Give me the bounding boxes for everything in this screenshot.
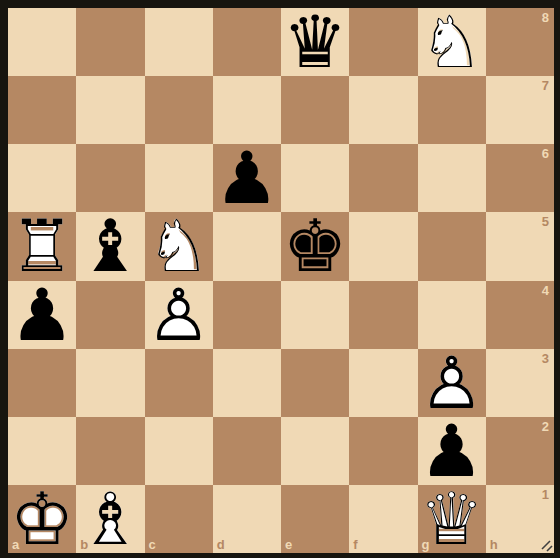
square-c1[interactable]: c xyxy=(145,485,213,553)
square-a2[interactable] xyxy=(8,417,76,485)
file-label-b: b xyxy=(80,537,88,552)
square-f3[interactable] xyxy=(349,349,417,417)
square-e7[interactable] xyxy=(281,76,349,144)
board-grid: ♛♞♘87♟6♜♖♝♞♘♚5♟♟♙4♟♙3♟2a♚♔b♝♗cdefg♛♕1h xyxy=(8,8,554,553)
square-g2[interactable]: ♟ xyxy=(418,417,486,485)
square-h4[interactable]: 4 xyxy=(486,281,554,349)
square-b1[interactable]: b♝♗ xyxy=(76,485,144,553)
file-label-f: f xyxy=(353,537,357,552)
rank-label-7: 7 xyxy=(542,78,549,93)
piece-black-pawn[interactable]: ♟ xyxy=(213,144,281,212)
square-d6[interactable]: ♟ xyxy=(213,144,281,212)
square-c7[interactable] xyxy=(145,76,213,144)
black-queen-glyph: ♛ xyxy=(281,8,349,76)
square-h7[interactable]: 7 xyxy=(486,76,554,144)
square-e4[interactable] xyxy=(281,281,349,349)
white-knight-glyph: ♘ xyxy=(418,8,486,76)
square-g8[interactable]: ♞♘ xyxy=(418,8,486,76)
rank-label-2: 2 xyxy=(542,419,549,434)
white-pawn-glyph: ♙ xyxy=(145,281,213,349)
square-e6[interactable] xyxy=(281,144,349,212)
square-f2[interactable] xyxy=(349,417,417,485)
piece-white-knight[interactable]: ♞♘ xyxy=(418,8,486,76)
file-label-d: d xyxy=(217,537,225,552)
square-f8[interactable] xyxy=(349,8,417,76)
piece-white-pawn[interactable]: ♟♙ xyxy=(145,281,213,349)
rank-label-5: 5 xyxy=(542,214,549,229)
square-a7[interactable] xyxy=(8,76,76,144)
square-g1[interactable]: g♛♕ xyxy=(418,485,486,553)
square-b6[interactable] xyxy=(76,144,144,212)
square-e5[interactable]: ♚ xyxy=(281,212,349,280)
black-pawn-glyph: ♟ xyxy=(418,417,486,485)
rank-label-1: 1 xyxy=(542,487,549,502)
square-d1[interactable]: d xyxy=(213,485,281,553)
square-e2[interactable] xyxy=(281,417,349,485)
square-d4[interactable] xyxy=(213,281,281,349)
square-a3[interactable] xyxy=(8,349,76,417)
square-c2[interactable] xyxy=(145,417,213,485)
black-pawn-glyph: ♟ xyxy=(213,144,281,212)
square-c3[interactable] xyxy=(145,349,213,417)
square-b8[interactable] xyxy=(76,8,144,76)
square-c5[interactable]: ♞♘ xyxy=(145,212,213,280)
black-bishop-glyph: ♝ xyxy=(76,212,144,280)
square-h1[interactable]: 1h xyxy=(486,485,554,553)
square-d8[interactable] xyxy=(213,8,281,76)
piece-black-pawn[interactable]: ♟ xyxy=(8,281,76,349)
file-label-e: e xyxy=(285,537,292,552)
resize-diagonal-icon[interactable] xyxy=(541,540,553,552)
square-c4[interactable]: ♟♙ xyxy=(145,281,213,349)
piece-white-rook[interactable]: ♜♖ xyxy=(8,212,76,280)
rank-label-6: 6 xyxy=(542,146,549,161)
square-g5[interactable] xyxy=(418,212,486,280)
file-label-h: h xyxy=(490,537,498,552)
black-king-glyph: ♚ xyxy=(281,212,349,280)
piece-black-bishop[interactable]: ♝ xyxy=(76,212,144,280)
square-e8[interactable]: ♛ xyxy=(281,8,349,76)
square-h2[interactable]: 2 xyxy=(486,417,554,485)
white-knight-glyph: ♘ xyxy=(145,212,213,280)
piece-black-pawn[interactable]: ♟ xyxy=(418,417,486,485)
square-a6[interactable] xyxy=(8,144,76,212)
square-d5[interactable] xyxy=(213,212,281,280)
square-b4[interactable] xyxy=(76,281,144,349)
rank-label-4: 4 xyxy=(542,283,549,298)
square-b5[interactable]: ♝ xyxy=(76,212,144,280)
square-d7[interactable] xyxy=(213,76,281,144)
square-a4[interactable]: ♟ xyxy=(8,281,76,349)
square-g6[interactable] xyxy=(418,144,486,212)
square-g7[interactable] xyxy=(418,76,486,144)
rank-label-8: 8 xyxy=(542,10,549,25)
square-d3[interactable] xyxy=(213,349,281,417)
square-b2[interactable] xyxy=(76,417,144,485)
file-label-a: a xyxy=(12,537,19,552)
piece-black-king[interactable]: ♚ xyxy=(281,212,349,280)
square-h5[interactable]: 5 xyxy=(486,212,554,280)
square-f6[interactable] xyxy=(349,144,417,212)
square-c8[interactable] xyxy=(145,8,213,76)
square-e3[interactable] xyxy=(281,349,349,417)
square-b7[interactable] xyxy=(76,76,144,144)
square-a1[interactable]: a♚♔ xyxy=(8,485,76,553)
file-label-g: g xyxy=(422,537,430,552)
piece-white-pawn[interactable]: ♟♙ xyxy=(418,349,486,417)
chess-board: ♛♞♘87♟6♜♖♝♞♘♚5♟♟♙4♟♙3♟2a♚♔b♝♗cdefg♛♕1h xyxy=(0,0,560,558)
square-h6[interactable]: 6 xyxy=(486,144,554,212)
square-h3[interactable]: 3 xyxy=(486,349,554,417)
rank-label-3: 3 xyxy=(542,351,549,366)
file-label-c: c xyxy=(149,537,156,552)
square-a8[interactable] xyxy=(8,8,76,76)
square-a5[interactable]: ♜♖ xyxy=(8,212,76,280)
square-f5[interactable] xyxy=(349,212,417,280)
square-g4[interactable] xyxy=(418,281,486,349)
square-b3[interactable] xyxy=(76,349,144,417)
square-d2[interactable] xyxy=(213,417,281,485)
square-e1[interactable]: e xyxy=(281,485,349,553)
square-c6[interactable] xyxy=(145,144,213,212)
square-h8[interactable]: 8 xyxy=(486,8,554,76)
white-pawn-glyph: ♙ xyxy=(418,349,486,417)
white-rook-glyph: ♖ xyxy=(8,212,76,280)
square-f1[interactable]: f xyxy=(349,485,417,553)
black-pawn-glyph: ♟ xyxy=(8,281,76,349)
square-f7[interactable] xyxy=(349,76,417,144)
piece-black-queen[interactable]: ♛ xyxy=(281,8,349,76)
piece-white-knight[interactable]: ♞♘ xyxy=(145,212,213,280)
square-g3[interactable]: ♟♙ xyxy=(418,349,486,417)
square-f4[interactable] xyxy=(349,281,417,349)
